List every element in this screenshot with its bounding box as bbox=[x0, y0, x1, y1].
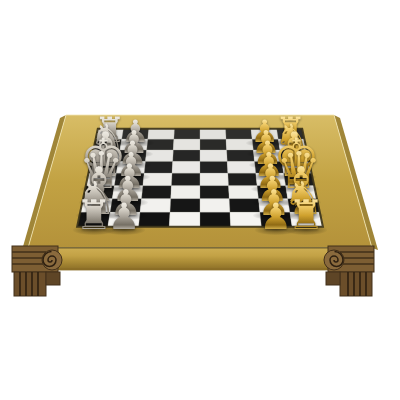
piece-white-rook-a1[interactable]: ♜ bbox=[75, 195, 112, 236]
pieces-layer: ♜♟♟♜♞♟♟♞♝♟♟♝♚♟♟♚♛♟♟♛♝♟♟♝♞♟♟♞♜♟♟♜ bbox=[0, 0, 400, 400]
piece-black-rook-a8[interactable]: ♜ bbox=[288, 195, 325, 236]
chess-set-photo: ♜♟♟♜♞♟♟♞♝♟♟♝♚♟♟♚♛♟♟♛♝♟♟♝♞♟♟♞♜♟♟♜ bbox=[0, 0, 400, 400]
piece-white-pawn-a2[interactable]: ♟ bbox=[108, 199, 141, 235]
piece-black-pawn-a7[interactable]: ♟ bbox=[260, 199, 293, 235]
